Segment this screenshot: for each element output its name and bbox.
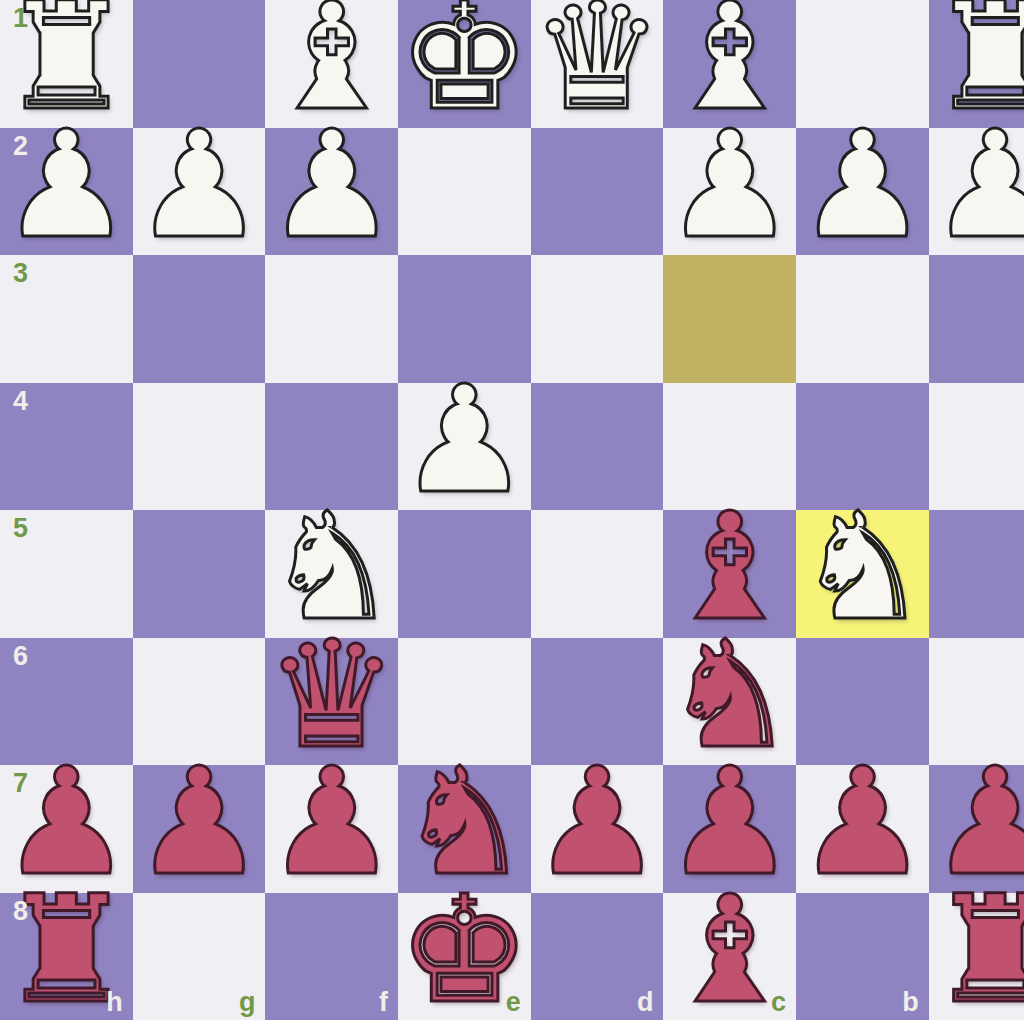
square-d2[interactable] bbox=[531, 128, 664, 256]
square-f3[interactable] bbox=[265, 255, 398, 383]
square-e1[interactable]: ♚ bbox=[398, 0, 531, 128]
white-pawn-piece[interactable]: ♟ bbox=[929, 122, 1024, 249]
file-label-h: h bbox=[106, 987, 123, 1018]
square-d3[interactable] bbox=[531, 255, 664, 383]
chess-board: ♜1♝♚♛♝♜♟2♟♟♟♟♟34♟5♞♝♞6♛♞♟7♟♟♞♟♟♟♟♜8hgf♚e… bbox=[0, 0, 1024, 1020]
white-pawn-piece[interactable]: ♟ bbox=[265, 122, 398, 249]
white-knight-piece[interactable]: ♞ bbox=[796, 504, 929, 631]
square-b3[interactable] bbox=[796, 255, 929, 383]
rank-label-3: 3 bbox=[13, 258, 28, 289]
file-label-f: f bbox=[379, 987, 388, 1018]
square-c8[interactable]: ♝c bbox=[663, 893, 796, 1020]
square-g5[interactable] bbox=[133, 510, 266, 638]
square-d4[interactable] bbox=[531, 383, 664, 511]
white-pawn-piece[interactable]: ♟ bbox=[796, 122, 929, 249]
square-h8[interactable]: ♜8h bbox=[0, 893, 133, 1020]
white-pawn-piece[interactable]: ♟ bbox=[398, 377, 531, 504]
black-pawn-piece[interactable]: ♟ bbox=[531, 759, 664, 886]
square-c2[interactable]: ♟ bbox=[663, 128, 796, 256]
square-e8[interactable]: ♚e bbox=[398, 893, 531, 1020]
black-rook-piece[interactable]: ♜ bbox=[929, 887, 1024, 1014]
rank-label-1: 1 bbox=[13, 3, 28, 34]
white-queen-piece[interactable]: ♛ bbox=[531, 0, 664, 121]
black-pawn-piece[interactable]: ♟ bbox=[265, 759, 398, 886]
file-label-d: d bbox=[637, 987, 654, 1018]
square-g4[interactable] bbox=[133, 383, 266, 511]
square-b7[interactable]: ♟ bbox=[796, 765, 929, 893]
square-a8[interactable]: ♜a bbox=[929, 893, 1024, 1020]
rank-label-5: 5 bbox=[13, 513, 28, 544]
square-a5[interactable] bbox=[929, 510, 1024, 638]
square-h2[interactable]: ♟2 bbox=[0, 128, 133, 256]
file-label-e: e bbox=[506, 987, 521, 1018]
square-h4[interactable]: 4 bbox=[0, 383, 133, 511]
file-label-b: b bbox=[902, 987, 919, 1018]
square-e4[interactable]: ♟ bbox=[398, 383, 531, 511]
square-a3[interactable] bbox=[929, 255, 1024, 383]
square-d5[interactable] bbox=[531, 510, 664, 638]
square-b5[interactable]: ♞ bbox=[796, 510, 929, 638]
square-g8[interactable]: g bbox=[133, 893, 266, 1020]
square-b2[interactable]: ♟ bbox=[796, 128, 929, 256]
white-pawn-piece[interactable]: ♟ bbox=[133, 122, 266, 249]
white-pawn-piece[interactable]: ♟ bbox=[663, 122, 796, 249]
square-f2[interactable]: ♟ bbox=[265, 128, 398, 256]
square-e5[interactable] bbox=[398, 510, 531, 638]
rank-label-6: 6 bbox=[13, 641, 28, 672]
rank-label-7: 7 bbox=[13, 768, 28, 799]
square-c3[interactable] bbox=[663, 255, 796, 383]
square-d1[interactable]: ♛ bbox=[531, 0, 664, 128]
rank-label-2: 2 bbox=[13, 131, 28, 162]
square-h5[interactable]: 5 bbox=[0, 510, 133, 638]
square-e2[interactable] bbox=[398, 128, 531, 256]
square-d7[interactable]: ♟ bbox=[531, 765, 664, 893]
rank-label-8: 8 bbox=[13, 896, 28, 927]
square-f8[interactable]: f bbox=[265, 893, 398, 1020]
square-g7[interactable]: ♟ bbox=[133, 765, 266, 893]
file-label-g: g bbox=[239, 987, 256, 1018]
square-g3[interactable] bbox=[133, 255, 266, 383]
file-label-c: c bbox=[771, 987, 786, 1018]
square-a4[interactable] bbox=[929, 383, 1024, 511]
square-d8[interactable]: d bbox=[531, 893, 664, 1020]
black-pawn-piece[interactable]: ♟ bbox=[133, 759, 266, 886]
black-pawn-piece[interactable]: ♟ bbox=[796, 759, 929, 886]
square-a2[interactable]: ♟ bbox=[929, 128, 1024, 256]
square-f7[interactable]: ♟ bbox=[265, 765, 398, 893]
square-h3[interactable]: 3 bbox=[0, 255, 133, 383]
square-b8[interactable]: b bbox=[796, 893, 929, 1020]
white-king-piece[interactable]: ♚ bbox=[398, 0, 531, 121]
square-g2[interactable]: ♟ bbox=[133, 128, 266, 256]
rank-label-4: 4 bbox=[13, 386, 28, 417]
